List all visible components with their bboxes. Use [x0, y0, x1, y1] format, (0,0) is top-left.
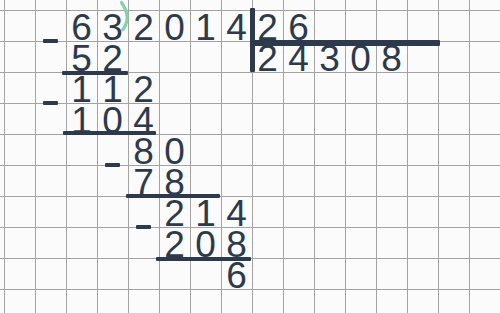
grid-digit: 6	[66, 10, 97, 41]
grid-digit: 8	[128, 134, 159, 165]
minus-sign	[43, 101, 58, 105]
underline-52	[62, 71, 128, 75]
grid-digit: 4	[221, 10, 252, 41]
grid-digit: 7	[128, 165, 159, 196]
underline-78	[126, 194, 220, 198]
grid-digit: 0	[159, 10, 190, 41]
grid-digit: 4	[128, 103, 159, 134]
underline-208	[156, 257, 251, 261]
grid-digit: 4	[221, 196, 252, 227]
grid-digit: 1	[190, 10, 221, 41]
graph-paper: 63201426522430811210480782142086	[0, 0, 500, 313]
grid-digit: 6	[283, 10, 314, 41]
minus-sign	[105, 163, 120, 167]
grid-digit: 3	[97, 10, 128, 41]
minus-sign	[136, 225, 151, 229]
grid-digit: 5	[66, 41, 97, 72]
grid-digit: 1	[66, 103, 97, 134]
grid-digit: 0	[159, 134, 190, 165]
grid-digit: 6	[221, 258, 252, 289]
ink-layer: 63201426522430811210480782142086	[0, 0, 500, 313]
quotient-horizontal-bar	[250, 40, 440, 46]
grid-digit: 2	[159, 196, 190, 227]
grid-digit: 2	[128, 72, 159, 103]
grid-digit: 8	[159, 165, 190, 196]
grid-digit: 1	[190, 196, 221, 227]
grid-digit: 1	[66, 72, 97, 103]
minus-sign	[43, 39, 58, 43]
grid-digit: 1	[97, 72, 128, 103]
grid-digit: 2	[252, 10, 283, 41]
grid-digit: 2	[128, 10, 159, 41]
grid-digit: 0	[190, 227, 221, 258]
underline-104	[63, 131, 156, 135]
grid-digit: 0	[97, 103, 128, 134]
grid-digit: 2	[97, 41, 128, 72]
grid-digit: 8	[221, 227, 252, 258]
grid-digit: 2	[159, 227, 190, 258]
